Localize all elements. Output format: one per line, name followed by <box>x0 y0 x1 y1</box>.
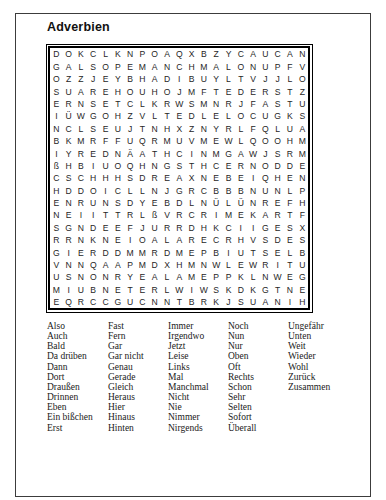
grid-cell: V <box>185 135 197 147</box>
grid-cell: M <box>222 209 234 221</box>
grid-cell: E <box>235 259 247 271</box>
grid-cell: E <box>210 135 222 147</box>
word-list-item: Noch <box>228 321 257 331</box>
grid-cell: M <box>173 246 185 258</box>
grid-cell: C <box>185 209 197 221</box>
grid-cell: E <box>99 85 111 97</box>
grid-cell: N <box>247 160 259 172</box>
grid-cell: L <box>198 110 210 122</box>
grid-cell: A <box>247 48 259 60</box>
word-list-column: NochNunNurObenOftRechtsSchonSehrSeltenSo… <box>228 321 257 433</box>
grid-cell: X <box>185 48 197 60</box>
word-list-item: Ungefähr <box>288 321 330 331</box>
grid-cell: L <box>235 135 247 147</box>
grid-cell: Q <box>124 160 136 172</box>
grid-cell: D <box>185 110 197 122</box>
grid-cell: R <box>161 222 173 234</box>
grid-cell: W <box>247 259 259 271</box>
grid-cell: Q <box>173 48 185 60</box>
grid-cell: N <box>124 48 136 60</box>
grid-cell: G <box>222 147 234 159</box>
word-list-item: Sofort <box>228 412 257 422</box>
grid-cell: I <box>185 284 197 296</box>
grid-cell: R <box>185 234 197 246</box>
grid-cell: J <box>161 184 173 196</box>
grid-cell: H <box>161 123 173 135</box>
grid-cell: L <box>284 73 296 85</box>
grid-cell: E <box>50 197 62 209</box>
grid-cell: K <box>75 48 87 60</box>
grid-cell: I <box>87 209 99 221</box>
grid-cell: L <box>149 110 161 122</box>
grid-cell: A <box>149 271 161 283</box>
grid-cell: A <box>173 234 185 246</box>
grid-cell: B <box>75 160 87 172</box>
word-list-item: Nun <box>228 331 257 341</box>
grid-cell: D <box>149 259 161 271</box>
grid-cell: M <box>210 147 222 159</box>
grid-cell: A <box>259 209 271 221</box>
grid-cell: N <box>284 284 296 296</box>
grid-cell: U <box>235 246 247 258</box>
grid-cell: S <box>50 85 62 97</box>
grid-cell: S <box>296 110 308 122</box>
grid-cell: M <box>296 135 308 147</box>
grid-cell: A <box>99 259 111 271</box>
word-list-item: Gleich <box>108 382 144 392</box>
grid-cell: Y <box>210 73 222 85</box>
grid-cell: C <box>75 172 87 184</box>
grid-cell: R <box>259 85 271 97</box>
grid-cell: S <box>87 123 99 135</box>
grid-cell: D <box>112 246 124 258</box>
word-list-column: AlsoAuchBaldDa drübenDannDortDraußenDrin… <box>47 321 93 433</box>
grid-cell: Y <box>112 73 124 85</box>
grid-cell: F <box>198 85 210 97</box>
grid-cell: G <box>173 184 185 196</box>
word-list-item: Oben <box>228 351 257 361</box>
grid-cell: E <box>272 246 284 258</box>
word-list-item: Nirgends <box>168 423 209 433</box>
grid-cell: H <box>198 160 210 172</box>
word-list-item: Genau <box>108 362 144 372</box>
grid-cell: F <box>99 135 111 147</box>
grid-cell: D <box>75 184 87 196</box>
grid-cell: L <box>75 61 87 73</box>
grid-cell: N <box>149 123 161 135</box>
grid-cell: Q <box>136 135 148 147</box>
word-list-item: Da drüben <box>47 351 93 361</box>
grid-cell: O <box>124 85 136 97</box>
grid-cell: N <box>99 197 111 209</box>
grid-cell: E <box>124 61 136 73</box>
grid-cell: A <box>259 296 271 308</box>
grid-cell: D <box>62 184 74 196</box>
word-list-item: Weit <box>288 341 330 351</box>
grid-cell: W <box>173 284 185 296</box>
grid-cell: H <box>87 172 99 184</box>
word-list-item: Fast <box>108 321 144 331</box>
grid-cell: M <box>185 259 197 271</box>
grid-cell: R <box>149 172 161 184</box>
grid-cell: C <box>112 184 124 196</box>
word-list-item: Hinten <box>108 423 144 433</box>
grid-cell: R <box>222 234 234 246</box>
grid-cell: L <box>161 234 173 246</box>
grid-cell: B <box>198 48 210 60</box>
grid-cell: H <box>62 160 74 172</box>
grid-cell: R <box>222 98 234 110</box>
grid-cell: N <box>210 98 222 110</box>
grid-cell: E <box>136 284 148 296</box>
word-list-item: Also <box>47 321 93 331</box>
grid-cell: M <box>136 246 148 258</box>
grid-cell: H <box>173 259 185 271</box>
grid-cell: G <box>296 271 308 283</box>
grid-cell: F <box>247 123 259 135</box>
grid-cell: T <box>149 147 161 159</box>
word-list-item: Zurück <box>288 372 330 382</box>
grid-cell: U <box>284 123 296 135</box>
grid-cell: A <box>149 61 161 73</box>
grid-cell: L <box>222 61 234 73</box>
grid-cell: R <box>112 271 124 283</box>
grid-cell: M <box>75 135 87 147</box>
grid-cell: A <box>235 147 247 159</box>
grid-cell: R <box>75 296 87 308</box>
grid-cell: L <box>222 197 234 209</box>
grid-cell: J <box>87 73 99 85</box>
grid-cell: E <box>136 271 148 283</box>
grid-cell: H <box>149 85 161 97</box>
grid-cell: T <box>272 284 284 296</box>
grid-cell: S <box>296 234 308 246</box>
grid-cell: I <box>185 147 197 159</box>
grid-cell: N <box>296 48 308 60</box>
grid-cell: S <box>50 222 62 234</box>
grid-cell: C <box>62 123 74 135</box>
word-list-item: Nie <box>168 402 209 412</box>
word-list-item: Unten <box>288 331 330 341</box>
grid-cell: U <box>173 135 185 147</box>
word-list-item: Gerade <box>108 372 144 382</box>
grid-cell: R <box>259 259 271 271</box>
grid-cell: N <box>99 234 111 246</box>
grid-cell: J <box>173 85 185 97</box>
grid-cell: A <box>296 123 308 135</box>
grid-cell: Y <box>124 271 136 283</box>
grid-cell: U <box>259 48 271 60</box>
grid-cell: L <box>136 98 148 110</box>
grid-cell: R <box>198 296 210 308</box>
grid-cell: L <box>136 184 148 196</box>
grid-cell: N <box>259 271 271 283</box>
grid-cell: K <box>62 135 74 147</box>
word-list-item: Heraus <box>108 392 144 402</box>
grid-cell: E <box>112 284 124 296</box>
grid-cell: H <box>296 197 308 209</box>
grid-cell: A <box>149 73 161 85</box>
grid-cell: R <box>222 123 234 135</box>
grid-cell: N <box>50 209 62 221</box>
grid-cell: E <box>198 271 210 283</box>
grid-cell: N <box>272 296 284 308</box>
grid-cell: V <box>296 61 308 73</box>
word-list-column: FastFernGarGar nichtGenauGeradeGleichHer… <box>108 321 144 433</box>
grid-cell: T <box>185 160 197 172</box>
grid-cell: H <box>198 222 210 234</box>
grid-cell: ß <box>50 160 62 172</box>
grid-cell: W <box>173 98 185 110</box>
grid-cell: E <box>185 246 197 258</box>
grid-cell: C <box>222 222 234 234</box>
grid-cell: E <box>50 296 62 308</box>
grid-cell: K <box>247 209 259 221</box>
grid-cell: W <box>222 135 234 147</box>
word-list-item: Immer <box>168 321 209 331</box>
grid-cell: R <box>272 209 284 221</box>
grid-cell: L <box>284 184 296 196</box>
grid-cell: N <box>161 296 173 308</box>
grid-cell: N <box>99 284 111 296</box>
grid-cell: G <box>259 284 271 296</box>
word-list-item: Manchmal <box>168 382 209 392</box>
grid-cell: E <box>296 160 308 172</box>
word-list-column: UngefährUntenWeitWiederWohlZurückZusamme… <box>288 321 330 392</box>
grid-cell: T <box>210 85 222 97</box>
grid-cell: S <box>284 222 296 234</box>
grid-cell: T <box>284 209 296 221</box>
grid-cell: O <box>87 271 99 283</box>
grid-cell: A <box>284 48 296 60</box>
grid-cell: E <box>296 284 308 296</box>
grid-cell: M <box>161 135 173 147</box>
word-list-item: Selten <box>228 402 257 412</box>
grid-cell: E <box>284 271 296 283</box>
grid-cell: A <box>136 147 148 159</box>
grid-cell: D <box>136 172 148 184</box>
grid-cell: B <box>222 184 234 196</box>
grid-cell: R <box>62 234 74 246</box>
grid-cell: K <box>235 271 247 283</box>
grid-cell: D <box>284 160 296 172</box>
grid-cell: C <box>272 48 284 60</box>
grid-cell: E <box>99 73 111 85</box>
grid-cell: U <box>99 160 111 172</box>
grid-cell: R <box>173 222 185 234</box>
grid-cell: I <box>62 246 74 258</box>
word-list-item: Leise <box>168 351 209 361</box>
grid-cell: C <box>87 296 99 308</box>
grid-cell: P <box>112 61 124 73</box>
grid-cell: D <box>185 222 197 234</box>
grid-cell: D <box>173 197 185 209</box>
grid-cell: S <box>259 246 271 258</box>
grid-cell: L <box>136 209 148 221</box>
grid-cell: Q <box>247 135 259 147</box>
grid-cell: K <box>222 284 234 296</box>
grid-cell: G <box>161 160 173 172</box>
grid-cell: F <box>296 209 308 221</box>
grid-cell: T <box>284 98 296 110</box>
grid-cell: L <box>222 73 234 85</box>
grid-cell: P <box>272 61 284 73</box>
grid-cell: N <box>198 123 210 135</box>
word-list-item: Zusammen <box>288 382 330 392</box>
grid-cell: D <box>99 147 111 159</box>
grid-cell: B <box>124 73 136 85</box>
grid-cell: F <box>284 197 296 209</box>
grid-cell: N <box>149 160 161 172</box>
grid-cell: H <box>185 61 197 73</box>
grid-cell: D <box>235 284 247 296</box>
grid-cell: I <box>62 284 74 296</box>
grid-cell: D <box>50 48 62 60</box>
grid-cell: C <box>210 234 222 246</box>
grid-cell: A <box>173 172 185 184</box>
grid-cell: H <box>50 184 62 196</box>
grid-cell: N <box>149 184 161 196</box>
grid-cell: R <box>259 197 271 209</box>
grid-cell: H <box>272 172 284 184</box>
word-list-item: Hinaus <box>108 412 144 422</box>
grid-cell: H <box>284 135 296 147</box>
grid-cell: C <box>173 61 185 73</box>
grid-cell: S <box>87 98 99 110</box>
grid-cell: C <box>87 48 99 60</box>
grid-cell: O <box>112 160 124 172</box>
grid-cell: Ü <box>62 110 74 122</box>
word-list-item: Fern <box>108 331 144 341</box>
grid-cell: R <box>173 209 185 221</box>
grid-cell: P <box>198 246 210 258</box>
grid-cell: S <box>272 147 284 159</box>
grid-cell: F <box>247 98 259 110</box>
grid-cell: C <box>235 48 247 60</box>
grid-cell: U <box>296 259 308 271</box>
grid-cell: S <box>210 284 222 296</box>
grid-cell: L <box>247 271 259 283</box>
grid-cell: E <box>99 123 111 135</box>
word-list-item: Drinnen <box>47 392 93 402</box>
grid-cell: N <box>161 61 173 73</box>
grid-cell: E <box>173 110 185 122</box>
grid-cell: O <box>296 73 308 85</box>
grid-cell: U <box>87 197 99 209</box>
grid-cell: E <box>235 172 247 184</box>
grid-cell: K <box>210 222 222 234</box>
grid-cell: J <box>259 147 271 159</box>
grid-cell: F <box>284 61 296 73</box>
grid-cell: N <box>198 259 210 271</box>
grid-cell: H <box>112 172 124 184</box>
grid-cell: L <box>272 123 284 135</box>
grid-cell: E <box>87 147 99 159</box>
grid-cell: O <box>99 110 111 122</box>
grid-cell: L <box>75 123 87 135</box>
grid-cell: H <box>161 147 173 159</box>
grid-cell: H <box>235 234 247 246</box>
grid-cell: B <box>87 284 99 296</box>
word-list-item: Auch <box>47 331 93 341</box>
grid-cell: I <box>50 110 62 122</box>
grid-cell: W <box>247 147 259 159</box>
grid-cell: O <box>87 184 99 196</box>
grid-cell: Y <box>222 48 234 60</box>
grid-cell: K <box>247 284 259 296</box>
grid-cell: E <box>222 85 234 97</box>
word-search-grid-inner-frame: DOKCLKNPOAQXBZYCAUCANGALSOPEMANCHMALONUP… <box>48 46 310 310</box>
grid-cell: M <box>124 246 136 258</box>
grid-cell: S <box>62 172 74 184</box>
word-list-item: Links <box>168 362 209 372</box>
grid-cell: D <box>272 234 284 246</box>
grid-cell: I <box>173 73 185 85</box>
grid-cell: C <box>124 98 136 110</box>
grid-cell: R <box>75 147 87 159</box>
grid-cell: V <box>50 259 62 271</box>
grid-cell: U <box>259 110 271 122</box>
grid-cell: S <box>112 197 124 209</box>
grid-cell: O <box>235 110 247 122</box>
grid-cell: U <box>198 73 210 85</box>
grid-cell: H <box>136 73 148 85</box>
grid-cell: N <box>247 184 259 196</box>
grid-cell: E <box>235 209 247 221</box>
grid-cell: R <box>87 135 99 147</box>
grid-cell: L <box>124 184 136 196</box>
grid-cell: K <box>210 296 222 308</box>
grid-cell: T <box>284 259 296 271</box>
word-list-item: Erst <box>47 423 93 433</box>
grid-cell: S <box>87 61 99 73</box>
grid-cell: T <box>247 246 259 258</box>
grid-cell: I <box>99 184 111 196</box>
grid-cell: V <box>161 209 173 221</box>
grid-cell: H <box>112 110 124 122</box>
grid-cell: I <box>50 147 62 159</box>
grid-cell: N <box>99 271 111 283</box>
grid-cell: B <box>185 73 197 85</box>
grid-cell: D <box>99 246 111 258</box>
grid-cell: K <box>149 98 161 110</box>
grid-cell: E <box>284 234 296 246</box>
grid-cell: O <box>161 85 173 97</box>
grid-cell: Q <box>87 259 99 271</box>
grid-cell: S <box>272 85 284 97</box>
grid-cell: G <box>272 110 284 122</box>
word-list-item: Dann <box>47 362 93 372</box>
grid-cell: M <box>198 135 210 147</box>
word-list-item: Ein bißchen <box>47 412 93 422</box>
grid-cell: R <box>149 246 161 258</box>
grid-cell: J <box>222 296 234 308</box>
word-list-item: Jetzt <box>168 341 209 351</box>
grid-cell: A <box>259 98 271 110</box>
grid-cell: U <box>75 284 87 296</box>
grid-cell: R <box>87 85 99 97</box>
grid-cell: I <box>247 172 259 184</box>
grid-cell: B <box>185 296 197 308</box>
grid-cell: N <box>62 197 74 209</box>
word-list-item: Mal <box>168 372 209 382</box>
word-list-item: Sehr <box>228 392 257 402</box>
grid-cell: V <box>247 234 259 246</box>
grid-cell: J <box>235 98 247 110</box>
grid-cell: Z <box>210 48 222 60</box>
grid-cell: E <box>50 98 62 110</box>
grid-cell: N <box>247 61 259 73</box>
